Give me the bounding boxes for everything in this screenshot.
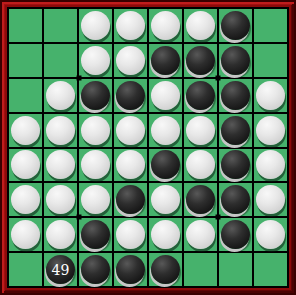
cell-b3[interactable] xyxy=(44,79,77,112)
disc-black xyxy=(186,46,215,75)
disc-white xyxy=(11,116,40,145)
star-point xyxy=(215,76,220,81)
cell-e7[interactable] xyxy=(149,218,182,251)
disc-white xyxy=(186,150,215,179)
disc-white xyxy=(116,150,145,179)
cell-d2[interactable] xyxy=(114,44,147,77)
disc-black xyxy=(186,185,215,214)
cell-f1[interactable] xyxy=(184,9,217,42)
disc-white xyxy=(11,185,40,214)
disc-white xyxy=(151,116,180,145)
disc-white xyxy=(116,11,145,40)
cell-f8[interactable] xyxy=(184,253,217,286)
disc-white xyxy=(116,46,145,75)
cell-c5[interactable] xyxy=(79,149,112,182)
disc-white xyxy=(81,46,110,75)
cell-f5[interactable] xyxy=(184,149,217,182)
disc-white xyxy=(46,116,75,145)
cell-d6[interactable] xyxy=(114,183,147,216)
disc-black xyxy=(221,150,250,179)
board-border: 49 xyxy=(7,7,289,288)
cell-d3[interactable] xyxy=(114,79,147,112)
disc-white xyxy=(186,11,215,40)
cell-g8[interactable] xyxy=(219,253,252,286)
cell-e3[interactable] xyxy=(149,79,182,112)
cell-b7[interactable] xyxy=(44,218,77,251)
last-move-number-label: 49 xyxy=(52,263,70,277)
star-point xyxy=(76,76,81,81)
disc-black xyxy=(116,81,145,110)
cell-e6[interactable] xyxy=(149,183,182,216)
cell-f6[interactable] xyxy=(184,183,217,216)
disc-white xyxy=(81,150,110,179)
disc-white xyxy=(46,150,75,179)
disc-white xyxy=(81,116,110,145)
cell-c1[interactable] xyxy=(79,9,112,42)
cell-a6[interactable] xyxy=(9,183,42,216)
disc-white xyxy=(151,81,180,110)
cell-c2[interactable] xyxy=(79,44,112,77)
disc-black xyxy=(221,46,250,75)
cell-e4[interactable] xyxy=(149,114,182,147)
cell-f3[interactable] xyxy=(184,79,217,112)
disc-black xyxy=(151,255,180,284)
disc-white xyxy=(116,116,145,145)
cell-g6[interactable] xyxy=(219,183,252,216)
cell-b2[interactable] xyxy=(44,44,77,77)
cell-g1[interactable] xyxy=(219,9,252,42)
cell-c4[interactable] xyxy=(79,114,112,147)
cell-h4[interactable] xyxy=(254,114,287,147)
disc-white xyxy=(81,11,110,40)
cell-h1[interactable] xyxy=(254,9,287,42)
disc-white xyxy=(11,150,40,179)
disc-white xyxy=(151,220,180,249)
cell-h7[interactable] xyxy=(254,218,287,251)
cell-f2[interactable] xyxy=(184,44,217,77)
cell-h2[interactable] xyxy=(254,44,287,77)
disc-white xyxy=(256,116,285,145)
cell-d7[interactable] xyxy=(114,218,147,251)
cell-d1[interactable] xyxy=(114,9,147,42)
cell-d5[interactable] xyxy=(114,149,147,182)
cell-e5[interactable] xyxy=(149,149,182,182)
disc-white xyxy=(256,220,285,249)
disc-black xyxy=(221,220,250,249)
star-point xyxy=(76,214,81,219)
cell-c3[interactable] xyxy=(79,79,112,112)
cell-h6[interactable] xyxy=(254,183,287,216)
disc-white xyxy=(11,220,40,249)
disc-white xyxy=(151,185,180,214)
cell-b5[interactable] xyxy=(44,149,77,182)
disc-black: 49 xyxy=(46,255,75,284)
disc-white xyxy=(46,81,75,110)
cell-c6[interactable] xyxy=(79,183,112,216)
cell-g3[interactable] xyxy=(219,79,252,112)
cell-h5[interactable] xyxy=(254,149,287,182)
disc-white xyxy=(46,220,75,249)
cell-e1[interactable] xyxy=(149,9,182,42)
disc-white xyxy=(186,220,215,249)
disc-black xyxy=(221,81,250,110)
cell-d8[interactable] xyxy=(114,253,147,286)
disc-black xyxy=(151,150,180,179)
cell-g2[interactable] xyxy=(219,44,252,77)
disc-black xyxy=(151,46,180,75)
cell-d4[interactable] xyxy=(114,114,147,147)
cell-g4[interactable] xyxy=(219,114,252,147)
disc-black xyxy=(81,220,110,249)
cell-g7[interactable] xyxy=(219,218,252,251)
cell-a1[interactable] xyxy=(9,9,42,42)
cell-a5[interactable] xyxy=(9,149,42,182)
cell-a7[interactable] xyxy=(9,218,42,251)
cell-c7[interactable] xyxy=(79,218,112,251)
disc-white xyxy=(46,185,75,214)
board: 49 xyxy=(9,9,287,286)
disc-white xyxy=(256,185,285,214)
cell-e2[interactable] xyxy=(149,44,182,77)
cell-b1[interactable] xyxy=(44,9,77,42)
cell-a2[interactable] xyxy=(9,44,42,77)
cell-c8[interactable] xyxy=(79,253,112,286)
cell-a4[interactable] xyxy=(9,114,42,147)
disc-white xyxy=(256,81,285,110)
cell-a8[interactable] xyxy=(9,253,42,286)
disc-white xyxy=(81,185,110,214)
cell-f4[interactable] xyxy=(184,114,217,147)
disc-black xyxy=(221,116,250,145)
cell-h3[interactable] xyxy=(254,79,287,112)
cell-b8[interactable]: 49 xyxy=(44,253,77,286)
cell-b6[interactable] xyxy=(44,183,77,216)
disc-black xyxy=(81,81,110,110)
cell-h8[interactable] xyxy=(254,253,287,286)
disc-black xyxy=(81,255,110,284)
cell-e8[interactable] xyxy=(149,253,182,286)
disc-white xyxy=(151,11,180,40)
disc-black xyxy=(116,185,145,214)
disc-white xyxy=(256,150,285,179)
disc-black xyxy=(221,11,250,40)
star-point xyxy=(215,214,220,219)
cell-g5[interactable] xyxy=(219,149,252,182)
cell-b4[interactable] xyxy=(44,114,77,147)
disc-white xyxy=(186,116,215,145)
cell-f7[interactable] xyxy=(184,218,217,251)
disc-white xyxy=(116,220,145,249)
disc-black xyxy=(221,185,250,214)
board-frame: 49 xyxy=(0,0,296,295)
disc-black xyxy=(186,81,215,110)
disc-black xyxy=(116,255,145,284)
cell-a3[interactable] xyxy=(9,79,42,112)
